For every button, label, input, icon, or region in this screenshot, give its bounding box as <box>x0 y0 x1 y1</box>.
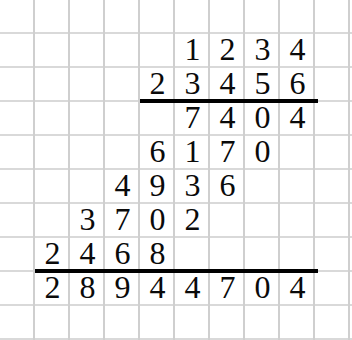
multiplier-underline <box>140 99 318 103</box>
digit-cell-r4c4: 6 <box>140 134 175 168</box>
digit-cell-r6c5: 2 <box>175 202 210 236</box>
digit-cell-r8c6: 7 <box>210 270 245 304</box>
product-overline <box>35 269 318 273</box>
digit-cell-r8c5: 4 <box>175 270 210 304</box>
digit-cell-r4c6: 7 <box>210 134 245 168</box>
digit-cell-r4c7: 0 <box>245 134 280 168</box>
digit-cell-r2c6: 4 <box>210 66 245 100</box>
digit-cell-r6c3: 7 <box>105 202 140 236</box>
digit-cell-r7c3: 6 <box>105 236 140 270</box>
digit-cell-r7c4: 8 <box>140 236 175 270</box>
digit-cell-r8c4: 4 <box>140 270 175 304</box>
digit-cell-r8c3: 9 <box>105 270 140 304</box>
digit-cell-r8c8: 4 <box>280 270 315 304</box>
digit-cell-r7c2: 4 <box>70 236 105 270</box>
digit-cell-r1c6: 2 <box>210 32 245 66</box>
digit-cell-r8c1: 2 <box>35 270 70 304</box>
digit-cell-r2c7: 5 <box>245 66 280 100</box>
digit-cell-r4c5: 1 <box>175 134 210 168</box>
digit-cell-r5c6: 6 <box>210 168 245 202</box>
digit-cell-r2c8: 6 <box>280 66 315 100</box>
digit-cell-r1c8: 4 <box>280 32 315 66</box>
digit-cell-r3c6: 4 <box>210 100 245 134</box>
digit-cell-r5c3: 4 <box>105 168 140 202</box>
digit-cell-r1c7: 3 <box>245 32 280 66</box>
digit-cell-r7c1: 2 <box>35 236 70 270</box>
digit-cell-r8c7: 0 <box>245 270 280 304</box>
digit-cell-r6c4: 0 <box>140 202 175 236</box>
digit-cell-r5c5: 3 <box>175 168 210 202</box>
digit-cell-r2c4: 2 <box>140 66 175 100</box>
digit-cell-r8c2: 8 <box>70 270 105 304</box>
worksheet-grid: 1234234567404617049363702246828944704 <box>0 0 352 340</box>
digit-cell-r5c4: 9 <box>140 168 175 202</box>
digit-cell-r1c5: 1 <box>175 32 210 66</box>
digit-cell-r2c5: 3 <box>175 66 210 100</box>
digit-cell-r3c8: 4 <box>280 100 315 134</box>
digit-cell-r6c2: 3 <box>70 202 105 236</box>
digit-cell-r3c7: 0 <box>245 100 280 134</box>
digit-cell-r3c5: 7 <box>175 100 210 134</box>
